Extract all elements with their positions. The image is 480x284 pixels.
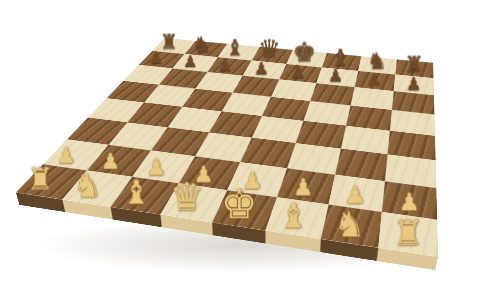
piece-white-pawn-h2[interactable]: ♟	[398, 190, 420, 214]
piece-white-pawn-a2[interactable]: ♟	[56, 144, 75, 166]
square-e5[interactable]	[262, 97, 310, 121]
piece-white-knight-b1[interactable]: ♞	[73, 169, 102, 201]
piece-black-pawn-a7[interactable]: ♟	[149, 50, 164, 66]
chess-board: ♜♞♝♛♚♝♞♜♟♟♟♟♟♟♟♟♟♟♟♟♟♟♟♟♜♞♝♛♚♝♞♜	[16, 38, 438, 257]
piece-white-rook-a1[interactable]: ♜	[27, 164, 54, 195]
piece-white-bishop-c1[interactable]: ♝	[122, 176, 152, 209]
piece-white-knight-g1[interactable]: ♞	[334, 206, 366, 241]
piece-black-pawn-e7[interactable]: ♟	[290, 64, 305, 81]
board-perspective-wrapper: ♜♞♝♛♚♝♞♜♟♟♟♟♟♟♟♟♟♟♟♟♟♟♟♟♜♞♝♛♚♝♞♜	[0, 0, 480, 284]
piece-black-pawn-d7[interactable]: ♟	[254, 60, 269, 77]
square-f4[interactable]	[296, 121, 346, 149]
piece-black-pawn-h7[interactable]: ♟	[406, 75, 422, 93]
piece-black-pawn-c7[interactable]: ♟	[218, 57, 233, 74]
piece-black-pawn-f7[interactable]: ♟	[328, 67, 344, 84]
square-e1[interactable]: ♚	[212, 190, 277, 230]
piece-white-king-e1[interactable]: ♚	[221, 184, 257, 225]
product-photo-stage: ♜♞♝♛♚♝♞♜♟♟♟♟♟♟♟♟♟♟♟♟♟♟♟♟♜♞♝♛♚♝♞♜	[0, 0, 480, 284]
piece-black-pawn-b7[interactable]: ♟	[183, 53, 198, 69]
square-f3[interactable]	[287, 143, 341, 175]
piece-white-queen-d1[interactable]: ♛	[170, 178, 205, 217]
square-h3[interactable]	[385, 154, 436, 188]
piece-black-pawn-g7[interactable]: ♟	[366, 71, 382, 88]
piece-white-bishop-f1[interactable]: ♝	[278, 198, 309, 233]
piece-white-rook-h1[interactable]: ♜	[392, 216, 423, 251]
piece-white-pawn-b2[interactable]: ♟	[101, 150, 121, 172]
